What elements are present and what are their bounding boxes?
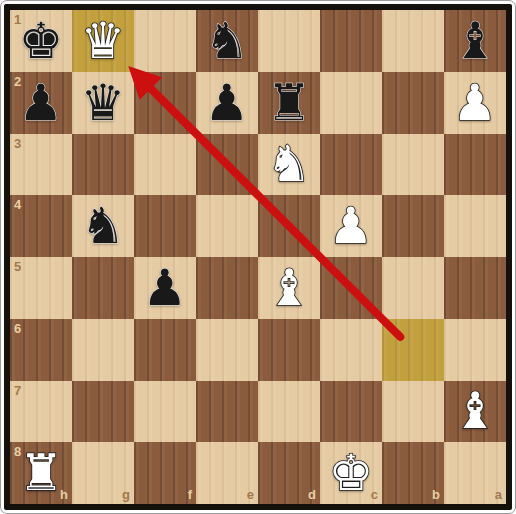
square-b4[interactable] — [382, 195, 444, 257]
square-f5[interactable]: ♟ — [134, 257, 196, 319]
piece-black-king[interactable]: ♚ — [10, 10, 72, 72]
square-e8[interactable]: e — [196, 442, 258, 504]
square-e7[interactable] — [196, 381, 258, 443]
piece-white-knight[interactable]: ♞ — [258, 134, 320, 196]
square-c3[interactable] — [320, 134, 382, 196]
piece-white-king[interactable]: ♚ — [320, 442, 382, 504]
square-f3[interactable] — [134, 134, 196, 196]
square-f2[interactable] — [134, 72, 196, 134]
piece-black-queen[interactable]: ♛ — [72, 72, 134, 134]
piece-white-pawn[interactable]: ♟ — [444, 72, 506, 134]
square-d5[interactable]: ♝ — [258, 257, 320, 319]
square-h7[interactable]: 7 — [10, 381, 72, 443]
piece-black-knight[interactable]: ♞ — [196, 10, 258, 72]
square-h2[interactable]: 2♟ — [10, 72, 72, 134]
piece-black-knight[interactable]: ♞ — [72, 195, 134, 257]
square-g4[interactable]: ♞ — [72, 195, 134, 257]
rank-label-5: 5 — [14, 259, 21, 274]
square-e3[interactable] — [196, 134, 258, 196]
piece-black-bishop[interactable]: ♝ — [444, 10, 506, 72]
square-e1[interactable]: ♞ — [196, 10, 258, 72]
square-h6[interactable]: 6 — [10, 319, 72, 381]
square-f4[interactable] — [134, 195, 196, 257]
square-d4[interactable] — [258, 195, 320, 257]
square-g6[interactable] — [72, 319, 134, 381]
piece-white-pawn[interactable]: ♟ — [320, 195, 382, 257]
square-g3[interactable] — [72, 134, 134, 196]
square-b6[interactable] — [382, 319, 444, 381]
piece-black-rook[interactable]: ♜ — [258, 72, 320, 134]
square-h1[interactable]: 1♚ — [10, 10, 72, 72]
piece-black-pawn[interactable]: ♟ — [134, 257, 196, 319]
board-border: 1♚♛♞♝2♟♛♟♜♟3♞4♞♟5♟♝67♝8h♜gfedc♚ba — [4, 4, 512, 510]
file-label-d: d — [308, 487, 316, 502]
square-b2[interactable] — [382, 72, 444, 134]
square-d6[interactable] — [258, 319, 320, 381]
square-c4[interactable]: ♟ — [320, 195, 382, 257]
file-label-g: g — [122, 487, 130, 502]
piece-white-queen[interactable]: ♛ — [72, 10, 134, 72]
file-label-b: b — [432, 487, 440, 502]
square-a8[interactable]: a — [444, 442, 506, 504]
screenshot-frame: 1♚♛♞♝2♟♛♟♜♟3♞4♞♟5♟♝67♝8h♜gfedc♚ba — [0, 0, 516, 514]
rank-label-3: 3 — [14, 136, 21, 151]
square-h5[interactable]: 5 — [10, 257, 72, 319]
file-label-f: f — [188, 487, 192, 502]
square-a7[interactable]: ♝ — [444, 381, 506, 443]
square-d7[interactable] — [258, 381, 320, 443]
square-f1[interactable] — [134, 10, 196, 72]
piece-black-pawn[interactable]: ♟ — [196, 72, 258, 134]
square-f7[interactable] — [134, 381, 196, 443]
chess-board: 1♚♛♞♝2♟♛♟♜♟3♞4♞♟5♟♝67♝8h♜gfedc♚ba — [10, 10, 506, 504]
square-g1[interactable]: ♛ — [72, 10, 134, 72]
square-d1[interactable] — [258, 10, 320, 72]
square-h8[interactable]: 8h♜ — [10, 442, 72, 504]
square-g2[interactable]: ♛ — [72, 72, 134, 134]
square-b7[interactable] — [382, 381, 444, 443]
square-e5[interactable] — [196, 257, 258, 319]
piece-white-rook[interactable]: ♜ — [10, 442, 72, 504]
square-b8[interactable]: b — [382, 442, 444, 504]
square-h4[interactable]: 4 — [10, 195, 72, 257]
square-b5[interactable] — [382, 257, 444, 319]
square-g7[interactable] — [72, 381, 134, 443]
piece-black-pawn[interactable]: ♟ — [10, 72, 72, 134]
piece-white-bishop[interactable]: ♝ — [444, 381, 506, 443]
piece-white-bishop[interactable]: ♝ — [258, 257, 320, 319]
rank-label-4: 4 — [14, 197, 21, 212]
square-g8[interactable]: g — [72, 442, 134, 504]
square-a6[interactable] — [444, 319, 506, 381]
square-f8[interactable]: f — [134, 442, 196, 504]
square-c7[interactable] — [320, 381, 382, 443]
square-c2[interactable] — [320, 72, 382, 134]
square-a3[interactable] — [444, 134, 506, 196]
square-a1[interactable]: ♝ — [444, 10, 506, 72]
file-label-e: e — [247, 487, 254, 502]
square-d3[interactable]: ♞ — [258, 134, 320, 196]
square-d2[interactable]: ♜ — [258, 72, 320, 134]
rank-label-7: 7 — [14, 383, 21, 398]
square-e6[interactable] — [196, 319, 258, 381]
square-g5[interactable] — [72, 257, 134, 319]
square-d8[interactable]: d — [258, 442, 320, 504]
square-a5[interactable] — [444, 257, 506, 319]
square-h3[interactable]: 3 — [10, 134, 72, 196]
square-b3[interactable] — [382, 134, 444, 196]
file-label-a: a — [495, 487, 502, 502]
square-e4[interactable] — [196, 195, 258, 257]
rank-label-6: 6 — [14, 321, 21, 336]
square-e2[interactable]: ♟ — [196, 72, 258, 134]
square-c6[interactable] — [320, 319, 382, 381]
square-a4[interactable] — [444, 195, 506, 257]
square-c1[interactable] — [320, 10, 382, 72]
square-c5[interactable] — [320, 257, 382, 319]
square-b1[interactable] — [382, 10, 444, 72]
square-a2[interactable]: ♟ — [444, 72, 506, 134]
square-f6[interactable] — [134, 319, 196, 381]
square-c8[interactable]: c♚ — [320, 442, 382, 504]
